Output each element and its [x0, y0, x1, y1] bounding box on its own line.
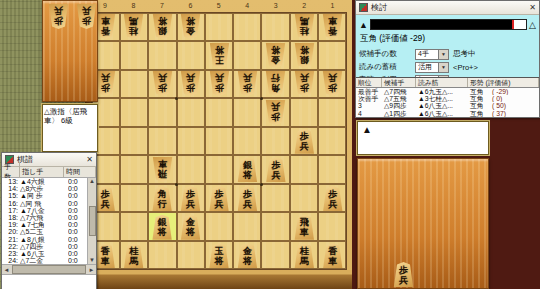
board-cell[interactable] — [148, 241, 176, 269]
board-cell[interactable] — [318, 98, 346, 126]
analysis-window-title: 検討 — [371, 2, 526, 13]
setting-dropdown[interactable]: 4手▼ — [415, 49, 449, 60]
board-cell[interactable] — [261, 241, 289, 269]
kifu-row[interactable]: 13:▲4六銀0:0 — [2, 178, 96, 185]
kifu-move-list[interactable]: 13:▲4六銀0:014:△8六歩0:015:▲同 歩0:016:△同 飛0:0… — [2, 178, 96, 265]
kifu-row[interactable]: 22:△7四歩0:0 — [2, 243, 96, 250]
board-cell[interactable] — [120, 155, 148, 183]
file-label: 2 — [290, 2, 318, 9]
gote-player-name: △激指〈居飛車〉 6級 — [44, 107, 87, 125]
kifu-row[interactable]: 16:△同 飛0:0 — [2, 200, 96, 207]
kifu-row[interactable]: 15:▲同 歩0:0 — [2, 192, 96, 199]
scroll-right-icon[interactable]: ► — [87, 267, 96, 273]
board-bottom-edge — [85, 270, 352, 289]
chevron-down-icon[interactable]: ▼ — [438, 63, 448, 72]
board-cell[interactable] — [233, 127, 261, 155]
setting-label: 読みの蓄積 — [359, 62, 411, 72]
kifu-row[interactable]: 20:△5二玉0:0 — [2, 228, 96, 235]
kifu-row[interactable]: 21:▲8八銀0:0 — [2, 236, 96, 243]
board-cell[interactable] — [261, 127, 289, 155]
gote-piece-stand[interactable]: 歩兵歩兵 — [42, 0, 98, 102]
setting-row: 候補手の数4手▼思考中 — [359, 48, 536, 60]
kifu-row[interactable]: 23:▲6八玉0:0 — [2, 250, 96, 257]
file-label: 5 — [205, 2, 233, 9]
board-cell[interactable] — [318, 41, 346, 69]
kifu-row[interactable]: 24:△7二金0:0 — [2, 257, 96, 264]
board-cell[interactable] — [177, 127, 205, 155]
kifu-header-row: 手数 指し手 時間 — [2, 167, 96, 178]
board-cell[interactable] — [205, 212, 233, 240]
board-cell[interactable] — [233, 13, 261, 41]
shogi-piece-歩兵[interactable]: 歩兵 — [76, 4, 97, 29]
board-cell[interactable] — [290, 184, 318, 212]
kifu-window-title: 棋譜 — [17, 154, 83, 165]
board-cell[interactable] — [120, 98, 148, 126]
board-cell[interactable] — [205, 155, 233, 183]
analysis-titlebar[interactable]: 検討 ✕ — [356, 1, 539, 15]
analysis-window-icon — [359, 3, 368, 12]
kifu-window: 棋譜 ✕ 手数 指し手 時間 13:▲4六銀0:014:△8六歩0:015:▲同… — [1, 152, 97, 289]
board-cell[interactable] — [233, 212, 261, 240]
gote-player-label: △激指〈居飛車〉 6級 — [42, 104, 98, 152]
kifu-row[interactable]: 14:△8六歩0:0 — [2, 185, 96, 192]
shogi-board-window: 987654321 一二三四五六七八九 香車桂馬銀将金将桂馬香車王将金将銀将歩兵… — [85, 0, 352, 289]
analysis-close-icon[interactable]: ✕ — [529, 3, 536, 12]
board-cell[interactable] — [120, 127, 148, 155]
file-label: 8 — [119, 2, 147, 9]
kifu-row[interactable]: 19:▲7七角0:0 — [2, 221, 96, 228]
evaluation-bar-fill — [371, 20, 512, 29]
candidate-row[interactable]: 次善手△7五飛▲3七桂△...互角( 0) — [356, 95, 539, 102]
board-cell[interactable] — [233, 98, 261, 126]
board-cell[interactable] — [120, 184, 148, 212]
evaluation-bar — [370, 19, 527, 30]
kifu-hscroll-thumb[interactable] — [12, 265, 86, 274]
scroll-up-icon: ▲ — [89, 178, 95, 185]
board-cell[interactable] — [177, 98, 205, 126]
star-point — [260, 183, 263, 186]
kifu-comment-area — [2, 275, 96, 289]
candidate-row[interactable]: 最善手△7四飛▲6九玉△...互角( -29) — [356, 88, 539, 95]
kifu-row[interactable]: 17:▲7八金0:0 — [2, 207, 96, 214]
candidate-row[interactable]: 4△1四歩▲6八玉△...互角( 37) — [356, 110, 539, 117]
board-cell[interactable] — [318, 127, 346, 155]
board-cell[interactable] — [148, 41, 176, 69]
candidate-table-header: 順位 候補手 読み筋 形勢 (評価値) — [356, 78, 539, 88]
board-cell[interactable] — [205, 98, 233, 126]
board-cell[interactable] — [233, 41, 261, 69]
file-label: 1 — [319, 2, 347, 9]
candidate-table: 順位 候補手 読み筋 形勢 (評価値) 最善手△7四飛▲6九玉△...互角( -… — [356, 77, 539, 117]
shogi-piece-歩兵[interactable]: 歩兵 — [48, 4, 69, 29]
chevron-down-icon[interactable]: ▼ — [438, 50, 448, 59]
board-cell[interactable] — [120, 70, 148, 98]
file-label: 3 — [262, 2, 290, 9]
setting-note: 思考中 — [453, 49, 476, 59]
board-cell[interactable] — [261, 184, 289, 212]
setting-label: 候補手の数 — [359, 49, 411, 59]
board-cell[interactable] — [148, 98, 176, 126]
board-cell[interactable] — [177, 241, 205, 269]
analysis-window: 検討 ✕ ▲ △ 互角 (評価値 -29) 候補手の数4手▼思考中読みの蓄積活用… — [355, 0, 540, 118]
kifu-vscroll-thumb[interactable] — [89, 206, 96, 236]
file-label: 7 — [148, 2, 176, 9]
setting-note: <Pro+> — [453, 63, 478, 72]
kifu-horizontal-scrollbar[interactable]: ◄ ► — [2, 265, 96, 275]
star-point — [175, 97, 178, 100]
setting-row: 読みの蓄積活用▼<Pro+> — [359, 61, 536, 73]
sente-player-label: ▲ — [357, 121, 489, 155]
board-cell[interactable] — [120, 41, 148, 69]
board-cell[interactable] — [290, 98, 318, 126]
board-cell[interactable] — [177, 41, 205, 69]
star-point — [175, 183, 178, 186]
kifu-close-icon[interactable]: ✕ — [86, 155, 93, 164]
board-cell[interactable] — [318, 155, 346, 183]
board-cell[interactable] — [148, 127, 176, 155]
sente-piece-stand[interactable]: 歩兵 — [357, 158, 489, 289]
board-cell[interactable] — [290, 155, 318, 183]
sente-mark: ▲ — [359, 20, 368, 30]
evaluation-bar-divider — [512, 20, 514, 29]
board-cell[interactable] — [205, 127, 233, 155]
scroll-left-icon[interactable]: ◄ — [2, 267, 11, 273]
board-cell[interactable] — [318, 212, 346, 240]
kifu-vertical-scrollbar[interactable]: ▲▼ — [87, 178, 96, 264]
file-label: 6 — [176, 2, 204, 9]
kifu-header-time: 時間 — [64, 167, 96, 177]
candidate-row[interactable]: 3△9四歩▲6八玉△...互角( 50) — [356, 102, 539, 109]
board-cell[interactable] — [205, 13, 233, 41]
sente-player-mark: ▲ — [362, 124, 372, 135]
board-cell[interactable] — [120, 212, 148, 240]
gote-mark: △ — [529, 20, 536, 30]
col-move: 候補手 — [382, 78, 416, 87]
shogi-piece-歩兵[interactable]: 歩兵 — [393, 262, 414, 287]
board-cell[interactable] — [261, 212, 289, 240]
file-label: 4 — [233, 2, 261, 9]
scroll-down-icon: ▼ — [89, 257, 95, 264]
evaluation-bar-row: ▲ △ — [359, 19, 536, 30]
setting-dropdown[interactable]: 活用▼ — [415, 62, 449, 73]
star-point — [260, 97, 263, 100]
kifu-header-move: 指し手 — [20, 167, 64, 177]
col-pv: 読み筋 — [416, 78, 468, 87]
board-cell[interactable] — [177, 155, 205, 183]
kifu-row[interactable]: 18:△7六飛0:0 — [2, 214, 96, 221]
col-rank: 順位 — [356, 78, 382, 87]
col-eval: 形勢 (評価値) — [468, 78, 539, 87]
board-cell[interactable] — [261, 13, 289, 41]
evaluation-summary: 互角 (評価値 -29) — [360, 33, 536, 45]
